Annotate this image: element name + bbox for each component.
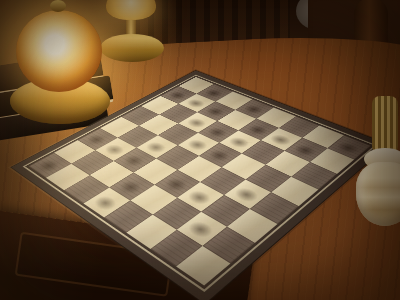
- ivory-decor-piece: [356, 96, 400, 236]
- square-h6[interactable]: [291, 162, 337, 189]
- chess-photo-scene: ♛♚♜♟♟♟♝♟♟♞♟♞♟♞♞♟♟♟♟♟♟♝♛♜♚: [0, 0, 400, 300]
- ivory-piece-gilt-top: [372, 96, 398, 154]
- oil-lamp-finial: [50, 0, 66, 12]
- ivory-piece-base: [356, 162, 400, 226]
- oil-lamp-globe: [16, 10, 102, 92]
